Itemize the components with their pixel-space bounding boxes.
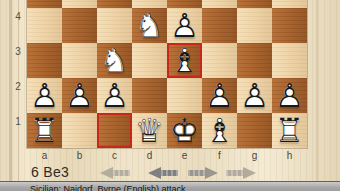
file-label-h: h bbox=[272, 150, 307, 161]
white-rook-outline-icon: ♖ bbox=[272, 113, 307, 148]
white-queen-outline-icon: ♕ bbox=[132, 113, 167, 148]
white-pawn-icon: ♟ bbox=[202, 78, 237, 113]
square-d1[interactable]: ♛♕ bbox=[132, 113, 167, 148]
white-knight-outline-icon: ♘ bbox=[97, 43, 132, 78]
rank-label-4: 4 bbox=[11, 11, 25, 22]
square-g5[interactable] bbox=[237, 0, 272, 8]
white-pawn-outline-icon: ♙ bbox=[202, 78, 237, 113]
square-f2[interactable]: ♟♙ bbox=[202, 78, 237, 113]
square-f5[interactable] bbox=[202, 0, 237, 8]
opening-name: Sicilian: Najdorf, Byrne (English) attac… bbox=[30, 184, 186, 191]
white-bishop-outline-icon: ♗ bbox=[167, 43, 202, 78]
white-pawn-icon: ♟ bbox=[237, 78, 272, 113]
square-e4[interactable]: ♟♙ bbox=[167, 8, 202, 43]
arrow-tail bbox=[113, 170, 130, 176]
white-bishop-icon: ♝ bbox=[167, 43, 202, 78]
wood-grain-streak bbox=[9, 0, 12, 191]
nav-back-button[interactable] bbox=[148, 167, 179, 179]
square-e5[interactable] bbox=[167, 0, 202, 8]
white-knight-piece: ♞♘ bbox=[97, 43, 132, 78]
white-pawn-icon: ♟ bbox=[272, 78, 307, 113]
white-bishop-outline-icon: ♗ bbox=[202, 113, 237, 148]
nav-forward-button[interactable] bbox=[188, 167, 219, 179]
white-king-icon: ♚ bbox=[167, 113, 202, 148]
white-pawn-outline-icon: ♙ bbox=[237, 78, 272, 113]
wood-grain-streak bbox=[316, 0, 318, 191]
white-king-piece: ♚♔ bbox=[167, 113, 202, 148]
white-bishop-piece: ♝♗ bbox=[167, 43, 202, 78]
rank-label-1: 1 bbox=[11, 116, 25, 127]
white-king-outline-icon: ♔ bbox=[167, 113, 202, 148]
white-knight-icon: ♞ bbox=[97, 43, 132, 78]
white-knight-outline-icon: ♘ bbox=[132, 8, 167, 43]
square-a3[interactable] bbox=[27, 43, 62, 78]
arrow-tail bbox=[226, 170, 243, 176]
square-e3[interactable]: ♝♗ bbox=[167, 43, 202, 78]
square-f4[interactable] bbox=[202, 8, 237, 43]
square-e1[interactable]: ♚♔ bbox=[167, 113, 202, 148]
square-g2[interactable]: ♟♙ bbox=[237, 78, 272, 113]
white-pawn-piece: ♟♙ bbox=[62, 78, 97, 113]
square-g4[interactable] bbox=[237, 8, 272, 43]
file-label-d: d bbox=[132, 150, 167, 161]
square-b5[interactable] bbox=[62, 0, 97, 8]
left-arrow-icon bbox=[100, 167, 113, 179]
square-f1[interactable]: ♝♗ bbox=[202, 113, 237, 148]
left-arrow-icon bbox=[148, 167, 161, 179]
square-d3[interactable] bbox=[132, 43, 167, 78]
white-pawn-outline-icon: ♙ bbox=[272, 78, 307, 113]
file-label-g: g bbox=[237, 150, 272, 161]
file-label-e: e bbox=[167, 150, 202, 161]
white-pawn-icon: ♟ bbox=[97, 78, 132, 113]
white-knight-piece: ♞♘ bbox=[132, 8, 167, 43]
opening-status-bar: Sicilian: Najdorf, Byrne (English) attac… bbox=[0, 181, 340, 191]
square-d2[interactable] bbox=[132, 78, 167, 113]
square-c4[interactable] bbox=[97, 8, 132, 43]
white-pawn-piece: ♟♙ bbox=[202, 78, 237, 113]
square-d4[interactable]: ♞♘ bbox=[132, 8, 167, 43]
file-label-b: b bbox=[62, 150, 97, 161]
move-indicator: 6 Be3 bbox=[31, 164, 69, 180]
right-arrow-icon bbox=[205, 167, 218, 179]
white-rook-piece: ♜♖ bbox=[27, 113, 62, 148]
square-c2[interactable]: ♟♙ bbox=[97, 78, 132, 113]
file-label-a: a bbox=[27, 150, 62, 161]
square-g3[interactable] bbox=[237, 43, 272, 78]
wood-grain-streak bbox=[18, 0, 19, 191]
white-bishop-icon: ♝ bbox=[202, 113, 237, 148]
nav-last-move-button[interactable] bbox=[226, 167, 257, 179]
white-rook-outline-icon: ♖ bbox=[27, 113, 62, 148]
nav-first-move-button[interactable] bbox=[100, 167, 131, 179]
square-h4[interactable] bbox=[272, 8, 307, 43]
square-h3[interactable] bbox=[272, 43, 307, 78]
white-pawn-piece: ♟♙ bbox=[167, 8, 202, 43]
square-d5[interactable] bbox=[132, 0, 167, 8]
square-h5[interactable] bbox=[272, 0, 307, 8]
white-pawn-piece: ♟♙ bbox=[237, 78, 272, 113]
square-b2[interactable]: ♟♙ bbox=[62, 78, 97, 113]
square-b1[interactable] bbox=[62, 113, 97, 148]
white-pawn-piece: ♟♙ bbox=[272, 78, 307, 113]
white-rook-icon: ♜ bbox=[27, 113, 62, 148]
square-a4[interactable] bbox=[27, 8, 62, 43]
square-f3[interactable] bbox=[202, 43, 237, 78]
square-a1[interactable]: ♜♖ bbox=[27, 113, 62, 148]
square-b3[interactable] bbox=[62, 43, 97, 78]
square-c5[interactable] bbox=[97, 0, 132, 8]
arrow-tail bbox=[188, 170, 205, 176]
white-queen-icon: ♛ bbox=[132, 113, 167, 148]
square-g1[interactable] bbox=[237, 113, 272, 148]
square-a2[interactable]: ♟♙ bbox=[27, 78, 62, 113]
white-pawn-icon: ♟ bbox=[62, 78, 97, 113]
chess-app-screen: ♞♘♟♙♞♘♝♗♟♙♟♙♟♙♟♙♟♙♟♙♜♖♛♕♚♔♝♗♜♖ 4321 abcd… bbox=[0, 0, 340, 191]
white-pawn-piece: ♟♙ bbox=[97, 78, 132, 113]
white-pawn-icon: ♟ bbox=[27, 78, 62, 113]
white-rook-piece: ♜♖ bbox=[272, 113, 307, 148]
square-b4[interactable] bbox=[62, 8, 97, 43]
chess-board: ♞♘♟♙♞♘♝♗♟♙♟♙♟♙♟♙♟♙♟♙♜♖♛♕♚♔♝♗♜♖ bbox=[27, 0, 307, 148]
square-c3[interactable]: ♞♘ bbox=[97, 43, 132, 78]
square-c1[interactable] bbox=[97, 113, 132, 148]
file-label-f: f bbox=[202, 150, 237, 161]
square-h1[interactable]: ♜♖ bbox=[272, 113, 307, 148]
white-rook-icon: ♜ bbox=[272, 113, 307, 148]
rank-label-3: 3 bbox=[11, 46, 25, 57]
white-queen-piece: ♛♕ bbox=[132, 113, 167, 148]
right-arrow-icon bbox=[243, 167, 256, 179]
white-bishop-piece: ♝♗ bbox=[202, 113, 237, 148]
square-a5[interactable] bbox=[27, 0, 62, 8]
white-pawn-outline-icon: ♙ bbox=[27, 78, 62, 113]
white-pawn-outline-icon: ♙ bbox=[167, 8, 202, 43]
white-pawn-piece: ♟♙ bbox=[27, 78, 62, 113]
square-e2[interactable] bbox=[167, 78, 202, 113]
file-label-c: c bbox=[97, 150, 132, 161]
white-pawn-outline-icon: ♙ bbox=[62, 78, 97, 113]
arrow-tail bbox=[161, 170, 178, 176]
square-h2[interactable]: ♟♙ bbox=[272, 78, 307, 113]
white-knight-icon: ♞ bbox=[132, 8, 167, 43]
white-pawn-icon: ♟ bbox=[167, 8, 202, 43]
rank-label-2: 2 bbox=[11, 81, 25, 92]
white-pawn-outline-icon: ♙ bbox=[97, 78, 132, 113]
